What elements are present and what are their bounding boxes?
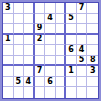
- cell-r6c6-empty[interactable]: [56, 56, 67, 67]
- cell-r2c9-empty[interactable]: [87, 14, 98, 25]
- cell-r6c9-given: 8: [87, 56, 98, 67]
- cell-r1c8-given: 7: [77, 3, 88, 14]
- cell-r6c5-empty[interactable]: [45, 56, 56, 67]
- cell-r2c5-given: 4: [45, 14, 56, 25]
- cell-r7c8-empty[interactable]: [77, 66, 88, 77]
- cell-r6c1-empty[interactable]: [3, 56, 14, 67]
- cell-r9c3-empty[interactable]: [24, 87, 35, 98]
- cell-r1c4-empty[interactable]: [35, 3, 46, 14]
- cell-r1c1-given: 3: [3, 3, 14, 14]
- cell-r7c5-empty[interactable]: [45, 66, 56, 77]
- cell-r5c9-empty[interactable]: [87, 45, 98, 56]
- cell-r1c3-empty[interactable]: [24, 3, 35, 14]
- cell-r8c2-given: 5: [14, 77, 25, 88]
- cell-r9c1-empty[interactable]: [3, 87, 14, 98]
- cell-r1c9-empty[interactable]: [87, 3, 98, 14]
- cell-r7c2-empty[interactable]: [14, 66, 25, 77]
- cell-r4c6-empty[interactable]: [56, 35, 67, 46]
- cell-r8c8-empty[interactable]: [77, 77, 88, 88]
- cell-r9c2-empty[interactable]: [14, 87, 25, 98]
- cell-r5c1-empty[interactable]: [3, 45, 14, 56]
- cell-r5c8-given: 4: [77, 45, 88, 56]
- cell-r7c6-empty[interactable]: [56, 66, 67, 77]
- cell-r4c4-given: 2: [35, 35, 46, 46]
- cell-r2c8-empty[interactable]: [77, 14, 88, 25]
- cell-r5c6-empty[interactable]: [56, 45, 67, 56]
- cell-r4c7-empty[interactable]: [66, 35, 77, 46]
- cell-r8c7-empty[interactable]: [66, 77, 77, 88]
- cell-r3c8-empty[interactable]: [77, 24, 88, 35]
- cell-r6c2-empty[interactable]: [14, 56, 25, 67]
- cell-r5c5-empty[interactable]: [45, 45, 56, 56]
- cell-r9c6-empty[interactable]: [56, 87, 67, 98]
- cell-r5c2-empty[interactable]: [14, 45, 25, 56]
- cell-r7c1-empty[interactable]: [3, 66, 14, 77]
- cell-r5c3-empty[interactable]: [24, 45, 35, 56]
- cell-r8c4-empty[interactable]: [35, 77, 46, 88]
- cell-r3c4-given: 9: [35, 24, 46, 35]
- cell-r3c1-empty[interactable]: [3, 24, 14, 35]
- cell-r7c3-empty[interactable]: [24, 66, 35, 77]
- cell-r9c4-empty[interactable]: [35, 87, 46, 98]
- cell-r3c9-empty[interactable]: [87, 24, 98, 35]
- cell-r6c8-given: 5: [77, 56, 88, 67]
- sudoku-grid: 37459126458713546: [2, 2, 99, 99]
- cell-r8c6-empty[interactable]: [56, 77, 67, 88]
- cell-r8c1-empty[interactable]: [3, 77, 14, 88]
- cell-r9c7-empty[interactable]: [66, 87, 77, 98]
- cell-r9c5-empty[interactable]: [45, 87, 56, 98]
- cell-r9c8-empty[interactable]: [77, 87, 88, 98]
- sudoku-board: 37459126458713546: [0, 0, 101, 101]
- cell-r3c3-empty[interactable]: [24, 24, 35, 35]
- cell-r2c7-given: 5: [66, 14, 77, 25]
- cell-r3c2-empty[interactable]: [14, 24, 25, 35]
- cell-r4c2-empty[interactable]: [14, 35, 25, 46]
- cell-r4c1-given: 1: [3, 35, 14, 46]
- cell-r2c6-empty[interactable]: [56, 14, 67, 25]
- cell-r2c3-empty[interactable]: [24, 14, 35, 25]
- cell-r6c4-empty[interactable]: [35, 56, 46, 67]
- cell-r3c7-empty[interactable]: [66, 24, 77, 35]
- cell-r8c9-empty[interactable]: [87, 77, 98, 88]
- cell-r8c3-given: 4: [24, 77, 35, 88]
- cell-r1c7-empty[interactable]: [66, 3, 77, 14]
- cell-r7c7-given: 1: [66, 66, 77, 77]
- cell-r4c5-empty[interactable]: [45, 35, 56, 46]
- cell-r7c9-given: 3: [87, 66, 98, 77]
- cell-r4c8-empty[interactable]: [77, 35, 88, 46]
- cell-r2c2-empty[interactable]: [14, 14, 25, 25]
- cell-r3c5-empty[interactable]: [45, 24, 56, 35]
- cell-r2c4-empty[interactable]: [35, 14, 46, 25]
- cell-r5c4-empty[interactable]: [35, 45, 46, 56]
- cell-r1c2-empty[interactable]: [14, 3, 25, 14]
- cell-r6c3-empty[interactable]: [24, 56, 35, 67]
- cell-r5c7-given: 6: [66, 45, 77, 56]
- cell-r8c5-given: 6: [45, 77, 56, 88]
- cell-r4c3-empty[interactable]: [24, 35, 35, 46]
- cell-r2c1-empty[interactable]: [3, 14, 14, 25]
- cell-r6c7-empty[interactable]: [66, 56, 77, 67]
- cell-r3c6-empty[interactable]: [56, 24, 67, 35]
- cell-r4c9-empty[interactable]: [87, 35, 98, 46]
- cell-r1c6-empty[interactable]: [56, 3, 67, 14]
- cell-r1c5-empty[interactable]: [45, 3, 56, 14]
- cell-r7c4-given: 7: [35, 66, 46, 77]
- cell-r9c9-empty[interactable]: [87, 87, 98, 98]
